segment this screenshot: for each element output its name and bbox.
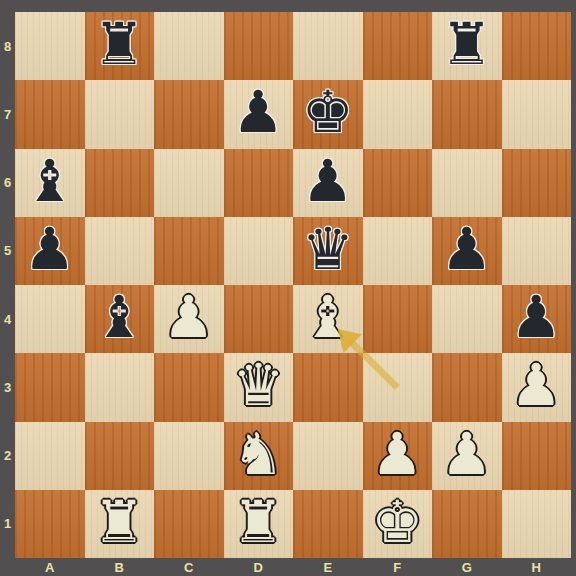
square-g7[interactable] [432, 80, 502, 148]
square-f2[interactable]: ♟ [363, 422, 433, 490]
square-g4[interactable] [432, 285, 502, 353]
square-h6[interactable] [502, 149, 572, 217]
square-d6[interactable] [224, 149, 294, 217]
square-g2[interactable]: ♟ [432, 422, 502, 490]
file-labels: ABCDEFGH [15, 558, 571, 576]
black-pawn-h4[interactable]: ♟ [510, 288, 562, 346]
square-e3[interactable] [293, 353, 363, 421]
square-d5[interactable] [224, 217, 294, 285]
file-label-F: F [363, 558, 433, 576]
square-f6[interactable] [363, 149, 433, 217]
rank-label-3: 3 [0, 353, 15, 421]
file-label-A: A [15, 558, 85, 576]
file-label-B: B [85, 558, 155, 576]
square-f8[interactable] [363, 12, 433, 80]
square-c2[interactable] [154, 422, 224, 490]
black-queen-e5[interactable]: ♛ [302, 220, 354, 278]
square-d1[interactable]: ♜ [224, 490, 294, 558]
white-queen-d3[interactable]: ♛ [232, 356, 284, 414]
square-a4[interactable] [15, 285, 85, 353]
square-c8[interactable] [154, 12, 224, 80]
file-label-H: H [502, 558, 572, 576]
white-pawn-f2[interactable]: ♟ [371, 425, 423, 483]
square-f4[interactable] [363, 285, 433, 353]
black-rook-g8[interactable]: ♜ [441, 15, 493, 73]
black-bishop-a6[interactable]: ♝ [24, 152, 76, 210]
square-a7[interactable] [15, 80, 85, 148]
square-a3[interactable] [15, 353, 85, 421]
square-a1[interactable] [15, 490, 85, 558]
white-pawn-c4[interactable]: ♟ [163, 288, 215, 346]
square-b5[interactable] [85, 217, 155, 285]
black-pawn-d7[interactable]: ♟ [232, 83, 284, 141]
black-pawn-e6[interactable]: ♟ [302, 152, 354, 210]
square-d7[interactable]: ♟ [224, 80, 294, 148]
square-f7[interactable] [363, 80, 433, 148]
rank-label-7: 7 [0, 80, 15, 148]
black-pawn-g5[interactable]: ♟ [441, 220, 493, 278]
square-c5[interactable] [154, 217, 224, 285]
square-a2[interactable] [15, 422, 85, 490]
white-pawn-h3[interactable]: ♟ [510, 356, 562, 414]
square-b7[interactable] [85, 80, 155, 148]
square-g3[interactable] [432, 353, 502, 421]
square-f1[interactable]: ♚ [363, 490, 433, 558]
white-pawn-g2[interactable]: ♟ [441, 425, 493, 483]
rank-label-4: 4 [0, 285, 15, 353]
square-a8[interactable] [15, 12, 85, 80]
square-d4[interactable] [224, 285, 294, 353]
square-c3[interactable] [154, 353, 224, 421]
white-rook-b1[interactable]: ♜ [93, 493, 145, 551]
square-h5[interactable] [502, 217, 572, 285]
square-h4[interactable]: ♟ [502, 285, 572, 353]
square-a6[interactable]: ♝ [15, 149, 85, 217]
rank-label-5: 5 [0, 217, 15, 285]
square-e8[interactable] [293, 12, 363, 80]
white-knight-d2[interactable]: ♞ [232, 425, 284, 483]
chessboard-frame: 87654321 ABCDEFGH ♜♜♟♚♝♟♟♛♟♝♟♝♟♛♟♞♟♟♜♜♚ [0, 0, 576, 576]
square-g8[interactable]: ♜ [432, 12, 502, 80]
rank-labels: 87654321 [0, 12, 15, 558]
square-e4[interactable]: ♝ [293, 285, 363, 353]
file-label-C: C [154, 558, 224, 576]
square-g6[interactable] [432, 149, 502, 217]
square-d2[interactable]: ♞ [224, 422, 294, 490]
white-bishop-e4[interactable]: ♝ [302, 288, 354, 346]
square-c1[interactable] [154, 490, 224, 558]
rank-label-2: 2 [0, 422, 15, 490]
square-b6[interactable] [85, 149, 155, 217]
file-label-E: E [293, 558, 363, 576]
square-b3[interactable] [85, 353, 155, 421]
square-h7[interactable] [502, 80, 572, 148]
square-d8[interactable] [224, 12, 294, 80]
black-king-e7[interactable]: ♚ [302, 83, 354, 141]
rank-label-6: 6 [0, 149, 15, 217]
square-c4[interactable]: ♟ [154, 285, 224, 353]
square-a5[interactable]: ♟ [15, 217, 85, 285]
square-e2[interactable] [293, 422, 363, 490]
white-rook-d1[interactable]: ♜ [232, 493, 284, 551]
square-h1[interactable] [502, 490, 572, 558]
square-e6[interactable]: ♟ [293, 149, 363, 217]
square-h2[interactable] [502, 422, 572, 490]
black-rook-b8[interactable]: ♜ [93, 15, 145, 73]
square-g1[interactable] [432, 490, 502, 558]
square-c7[interactable] [154, 80, 224, 148]
square-f3[interactable] [363, 353, 433, 421]
square-h8[interactable] [502, 12, 572, 80]
square-g5[interactable]: ♟ [432, 217, 502, 285]
square-b1[interactable]: ♜ [85, 490, 155, 558]
square-b8[interactable]: ♜ [85, 12, 155, 80]
square-b2[interactable] [85, 422, 155, 490]
board: ♜♜♟♚♝♟♟♛♟♝♟♝♟♛♟♞♟♟♜♜♚ [15, 12, 571, 558]
square-e7[interactable]: ♚ [293, 80, 363, 148]
rank-label-8: 8 [0, 12, 15, 80]
square-f5[interactable] [363, 217, 433, 285]
square-e1[interactable] [293, 490, 363, 558]
black-bishop-b4[interactable]: ♝ [93, 288, 145, 346]
square-c6[interactable] [154, 149, 224, 217]
rank-label-1: 1 [0, 490, 15, 558]
square-h3[interactable]: ♟ [502, 353, 572, 421]
file-label-G: G [432, 558, 502, 576]
square-e5[interactable]: ♛ [293, 217, 363, 285]
file-label-D: D [224, 558, 294, 576]
square-d3[interactable]: ♛ [224, 353, 294, 421]
white-king-f1[interactable]: ♚ [371, 493, 423, 551]
square-b4[interactable]: ♝ [85, 285, 155, 353]
black-pawn-a5[interactable]: ♟ [24, 220, 76, 278]
